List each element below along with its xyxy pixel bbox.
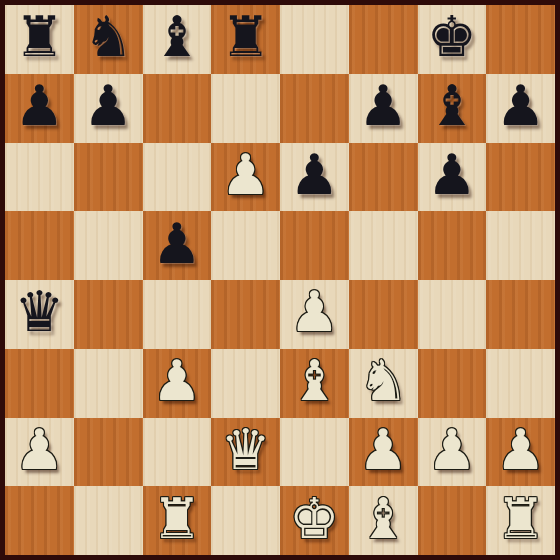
- square-e8[interactable]: [280, 5, 349, 74]
- square-f7[interactable]: ♟: [349, 74, 418, 143]
- square-a3[interactable]: [5, 349, 74, 418]
- piece-black-pawn[interactable]: ♟: [427, 147, 477, 203]
- square-h4[interactable]: [486, 280, 555, 349]
- square-f4[interactable]: [349, 280, 418, 349]
- square-a8[interactable]: ♜: [5, 5, 74, 74]
- square-g2[interactable]: ♟: [418, 418, 487, 487]
- square-f3[interactable]: ♞: [349, 349, 418, 418]
- square-c4[interactable]: [143, 280, 212, 349]
- square-a1[interactable]: [5, 486, 74, 555]
- square-h6[interactable]: [486, 143, 555, 212]
- piece-white-queen[interactable]: ♛: [221, 422, 271, 478]
- square-b1[interactable]: [74, 486, 143, 555]
- square-e6[interactable]: ♟: [280, 143, 349, 212]
- square-g5[interactable]: [418, 211, 487, 280]
- square-h1[interactable]: ♜: [486, 486, 555, 555]
- square-a4[interactable]: ♛: [5, 280, 74, 349]
- piece-white-pawn[interactable]: ♟: [221, 147, 271, 203]
- piece-black-queen[interactable]: ♛: [14, 284, 64, 340]
- square-f1[interactable]: ♝: [349, 486, 418, 555]
- square-e5[interactable]: [280, 211, 349, 280]
- piece-black-pawn[interactable]: ♟: [496, 78, 546, 134]
- square-b7[interactable]: ♟: [74, 74, 143, 143]
- square-a5[interactable]: [5, 211, 74, 280]
- square-c5[interactable]: ♟: [143, 211, 212, 280]
- piece-white-pawn[interactable]: ♟: [358, 422, 408, 478]
- square-a2[interactable]: ♟: [5, 418, 74, 487]
- square-e7[interactable]: [280, 74, 349, 143]
- piece-white-rook[interactable]: ♜: [496, 491, 546, 547]
- square-c2[interactable]: [143, 418, 212, 487]
- square-c7[interactable]: [143, 74, 212, 143]
- square-g8[interactable]: ♚: [418, 5, 487, 74]
- square-f2[interactable]: ♟: [349, 418, 418, 487]
- square-g3[interactable]: [418, 349, 487, 418]
- square-d4[interactable]: [211, 280, 280, 349]
- piece-black-pawn[interactable]: ♟: [14, 78, 64, 134]
- square-g6[interactable]: ♟: [418, 143, 487, 212]
- square-b5[interactable]: [74, 211, 143, 280]
- square-b4[interactable]: [74, 280, 143, 349]
- piece-white-king[interactable]: ♚: [289, 491, 339, 547]
- square-d3[interactable]: [211, 349, 280, 418]
- piece-black-pawn[interactable]: ♟: [83, 78, 133, 134]
- piece-white-bishop[interactable]: ♝: [289, 353, 339, 409]
- chess-board: ♜♞♝♜♚♟♟♟♝♟♟♟♟♟♛♟♟♝♞♟♛♟♟♟♜♚♝♜: [5, 5, 555, 555]
- square-d7[interactable]: [211, 74, 280, 143]
- piece-black-bishop[interactable]: ♝: [152, 9, 202, 65]
- square-f6[interactable]: [349, 143, 418, 212]
- piece-white-pawn[interactable]: ♟: [14, 422, 64, 478]
- square-e4[interactable]: ♟: [280, 280, 349, 349]
- square-h7[interactable]: ♟: [486, 74, 555, 143]
- piece-white-pawn[interactable]: ♟: [289, 284, 339, 340]
- piece-white-pawn[interactable]: ♟: [496, 422, 546, 478]
- piece-black-pawn[interactable]: ♟: [358, 78, 408, 134]
- square-b6[interactable]: [74, 143, 143, 212]
- piece-black-knight[interactable]: ♞: [83, 9, 133, 65]
- square-b8[interactable]: ♞: [74, 5, 143, 74]
- piece-black-rook[interactable]: ♜: [221, 9, 271, 65]
- piece-black-king[interactable]: ♚: [427, 9, 477, 65]
- square-a6[interactable]: [5, 143, 74, 212]
- square-h8[interactable]: [486, 5, 555, 74]
- piece-white-pawn[interactable]: ♟: [152, 353, 202, 409]
- square-d6[interactable]: ♟: [211, 143, 280, 212]
- square-c3[interactable]: ♟: [143, 349, 212, 418]
- square-g1[interactable]: [418, 486, 487, 555]
- square-f8[interactable]: [349, 5, 418, 74]
- square-b3[interactable]: [74, 349, 143, 418]
- square-e1[interactable]: ♚: [280, 486, 349, 555]
- piece-white-bishop[interactable]: ♝: [358, 491, 408, 547]
- square-a7[interactable]: ♟: [5, 74, 74, 143]
- square-c6[interactable]: [143, 143, 212, 212]
- piece-white-rook[interactable]: ♜: [152, 491, 202, 547]
- piece-white-pawn[interactable]: ♟: [427, 422, 477, 478]
- square-d8[interactable]: ♜: [211, 5, 280, 74]
- square-g7[interactable]: ♝: [418, 74, 487, 143]
- board-frame: ♜♞♝♜♚♟♟♟♝♟♟♟♟♟♛♟♟♝♞♟♛♟♟♟♜♚♝♜: [0, 0, 560, 560]
- square-c8[interactable]: ♝: [143, 5, 212, 74]
- piece-black-rook[interactable]: ♜: [14, 9, 64, 65]
- square-c1[interactable]: ♜: [143, 486, 212, 555]
- square-h3[interactable]: [486, 349, 555, 418]
- piece-white-knight[interactable]: ♞: [358, 353, 408, 409]
- square-f5[interactable]: [349, 211, 418, 280]
- piece-black-bishop[interactable]: ♝: [427, 78, 477, 134]
- square-d5[interactable]: [211, 211, 280, 280]
- square-d1[interactable]: [211, 486, 280, 555]
- square-e3[interactable]: ♝: [280, 349, 349, 418]
- square-g4[interactable]: [418, 280, 487, 349]
- square-e2[interactable]: [280, 418, 349, 487]
- square-b2[interactable]: [74, 418, 143, 487]
- piece-black-pawn[interactable]: ♟: [152, 216, 202, 272]
- square-d2[interactable]: ♛: [211, 418, 280, 487]
- square-h5[interactable]: [486, 211, 555, 280]
- square-h2[interactable]: ♟: [486, 418, 555, 487]
- piece-black-pawn[interactable]: ♟: [289, 147, 339, 203]
